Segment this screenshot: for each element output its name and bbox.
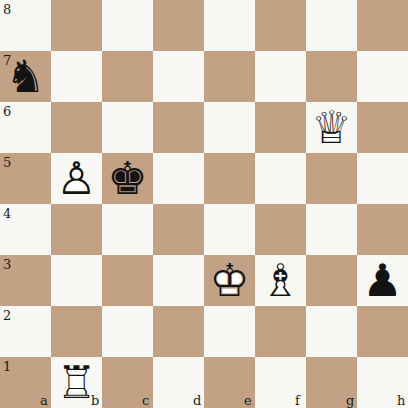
- square-f1[interactable]: [255, 357, 306, 408]
- square-h3[interactable]: ♟: [357, 255, 408, 306]
- piece-white-queen[interactable]: ♛♕: [306, 102, 357, 153]
- chess-board: ♞♛♕♟♙♚♚♔♝♗♟♜♖87654321abcdefgh: [0, 0, 408, 408]
- square-g6[interactable]: ♛♕: [306, 102, 357, 153]
- square-a3[interactable]: [0, 255, 51, 306]
- white-queen-icon: ♕: [311, 102, 351, 153]
- square-h8[interactable]: [357, 0, 408, 51]
- square-a4[interactable]: [0, 204, 51, 255]
- square-c4[interactable]: [102, 204, 153, 255]
- square-a7[interactable]: ♞: [0, 51, 51, 102]
- square-e2[interactable]: [204, 306, 255, 357]
- square-a1[interactable]: [0, 357, 51, 408]
- white-rook-icon: ♖: [56, 357, 96, 408]
- black-king-icon: ♚: [107, 153, 147, 204]
- white-king-icon: ♔: [209, 255, 249, 306]
- piece-white-king[interactable]: ♚♔: [204, 255, 255, 306]
- square-e8[interactable]: [204, 0, 255, 51]
- square-c5[interactable]: ♚: [102, 153, 153, 204]
- square-a6[interactable]: [0, 102, 51, 153]
- black-pawn-icon: ♟: [362, 255, 402, 306]
- square-b3[interactable]: [51, 255, 102, 306]
- piece-white-pawn[interactable]: ♟♙: [51, 153, 102, 204]
- black-knight-icon: ♞: [5, 51, 45, 102]
- square-c7[interactable]: [102, 51, 153, 102]
- square-b8[interactable]: [51, 0, 102, 51]
- square-c2[interactable]: [102, 306, 153, 357]
- square-a2[interactable]: [0, 306, 51, 357]
- square-b2[interactable]: [51, 306, 102, 357]
- square-a8[interactable]: [0, 0, 51, 51]
- square-g8[interactable]: [306, 0, 357, 51]
- square-g3[interactable]: [306, 255, 357, 306]
- square-d1[interactable]: [153, 357, 204, 408]
- square-e6[interactable]: [204, 102, 255, 153]
- square-d7[interactable]: [153, 51, 204, 102]
- square-h4[interactable]: [357, 204, 408, 255]
- piece-black-pawn[interactable]: ♟: [357, 255, 408, 306]
- square-e4[interactable]: [204, 204, 255, 255]
- square-e1[interactable]: [204, 357, 255, 408]
- square-h1[interactable]: [357, 357, 408, 408]
- square-h7[interactable]: [357, 51, 408, 102]
- square-f4[interactable]: [255, 204, 306, 255]
- square-f6[interactable]: [255, 102, 306, 153]
- square-f5[interactable]: [255, 153, 306, 204]
- square-c1[interactable]: [102, 357, 153, 408]
- square-c6[interactable]: [102, 102, 153, 153]
- square-g7[interactable]: [306, 51, 357, 102]
- white-pawn-icon: ♙: [56, 153, 96, 204]
- square-e5[interactable]: [204, 153, 255, 204]
- square-b1[interactable]: ♜♖: [51, 357, 102, 408]
- square-b7[interactable]: [51, 51, 102, 102]
- square-g5[interactable]: [306, 153, 357, 204]
- square-e3[interactable]: ♚♔: [204, 255, 255, 306]
- square-f2[interactable]: [255, 306, 306, 357]
- square-d8[interactable]: [153, 0, 204, 51]
- square-e7[interactable]: [204, 51, 255, 102]
- square-d3[interactable]: [153, 255, 204, 306]
- square-f7[interactable]: [255, 51, 306, 102]
- square-b6[interactable]: [51, 102, 102, 153]
- square-f8[interactable]: [255, 0, 306, 51]
- square-b4[interactable]: [51, 204, 102, 255]
- piece-white-bishop[interactable]: ♝♗: [255, 255, 306, 306]
- square-f3[interactable]: ♝♗: [255, 255, 306, 306]
- square-g2[interactable]: [306, 306, 357, 357]
- square-h6[interactable]: [357, 102, 408, 153]
- piece-white-rook[interactable]: ♜♖: [51, 357, 102, 408]
- square-c3[interactable]: [102, 255, 153, 306]
- square-a5[interactable]: [0, 153, 51, 204]
- square-c8[interactable]: [102, 0, 153, 51]
- square-d4[interactable]: [153, 204, 204, 255]
- square-h5[interactable]: [357, 153, 408, 204]
- piece-black-knight[interactable]: ♞: [0, 51, 51, 102]
- square-g1[interactable]: [306, 357, 357, 408]
- square-g4[interactable]: [306, 204, 357, 255]
- white-bishop-icon: ♗: [260, 255, 300, 306]
- square-d2[interactable]: [153, 306, 204, 357]
- square-d5[interactable]: [153, 153, 204, 204]
- square-b5[interactable]: ♟♙: [51, 153, 102, 204]
- square-h2[interactable]: [357, 306, 408, 357]
- piece-black-king[interactable]: ♚: [102, 153, 153, 204]
- square-d6[interactable]: [153, 102, 204, 153]
